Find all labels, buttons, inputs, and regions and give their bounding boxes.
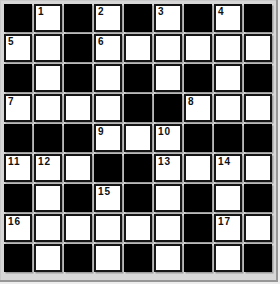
white-cell-r8c1[interactable]: 16 bbox=[4, 214, 32, 242]
clue-number-2: 2 bbox=[98, 6, 105, 17]
black-cell-r7c7 bbox=[184, 184, 212, 212]
white-cell-r4c1[interactable]: 7 bbox=[4, 94, 32, 122]
white-cell-r4c7[interactable]: 8 bbox=[184, 94, 212, 122]
clue-number-13: 13 bbox=[158, 156, 171, 167]
white-cell-r4c2[interactable] bbox=[34, 94, 62, 122]
black-cell-r9c9 bbox=[244, 244, 272, 272]
black-cell-r3c3 bbox=[64, 64, 92, 92]
black-cell-r4c5 bbox=[124, 94, 152, 122]
white-cell-r2c7[interactable] bbox=[184, 34, 212, 62]
white-cell-r2c6[interactable] bbox=[154, 34, 182, 62]
clue-number-5: 5 bbox=[8, 36, 15, 47]
black-cell-r5c3 bbox=[64, 124, 92, 152]
white-cell-r1c6[interactable]: 3 bbox=[154, 4, 182, 32]
white-cell-r6c7[interactable] bbox=[184, 154, 212, 182]
black-cell-r7c9 bbox=[244, 184, 272, 212]
white-cell-r1c8[interactable]: 4 bbox=[214, 4, 242, 32]
white-cell-r1c4[interactable]: 2 bbox=[94, 4, 122, 32]
clue-number-17: 17 bbox=[218, 216, 231, 227]
black-cell-r1c9 bbox=[244, 4, 272, 32]
black-cell-r1c3 bbox=[64, 4, 92, 32]
black-cell-r7c1 bbox=[4, 184, 32, 212]
white-cell-r8c4[interactable] bbox=[94, 214, 122, 242]
black-cell-r1c5 bbox=[124, 4, 152, 32]
white-cell-r6c3[interactable] bbox=[64, 154, 92, 182]
white-cell-r9c4[interactable] bbox=[94, 244, 122, 272]
white-cell-r6c8[interactable]: 14 bbox=[214, 154, 242, 182]
clue-number-3: 3 bbox=[158, 6, 165, 17]
white-cell-r2c2[interactable] bbox=[34, 34, 62, 62]
white-cell-r2c4[interactable]: 6 bbox=[94, 34, 122, 62]
white-cell-r3c2[interactable] bbox=[34, 64, 62, 92]
black-cell-r5c7 bbox=[184, 124, 212, 152]
clue-number-6: 6 bbox=[98, 36, 105, 47]
black-cell-r9c1 bbox=[4, 244, 32, 272]
white-cell-r5c5[interactable] bbox=[124, 124, 152, 152]
white-cell-r7c6[interactable] bbox=[154, 184, 182, 212]
white-cell-r1c2[interactable]: 1 bbox=[34, 4, 62, 32]
white-cell-r4c9[interactable] bbox=[244, 94, 272, 122]
clue-number-4: 4 bbox=[218, 6, 225, 17]
clue-number-11: 11 bbox=[8, 156, 21, 167]
white-cell-r8c3[interactable] bbox=[64, 214, 92, 242]
black-cell-r6c4 bbox=[94, 154, 122, 182]
clue-number-16: 16 bbox=[8, 216, 21, 227]
white-cell-r9c2[interactable] bbox=[34, 244, 62, 272]
white-cell-r3c4[interactable] bbox=[94, 64, 122, 92]
white-cell-r6c2[interactable]: 12 bbox=[34, 154, 62, 182]
white-cell-r2c1[interactable]: 5 bbox=[4, 34, 32, 62]
black-cell-r5c1 bbox=[4, 124, 32, 152]
white-cell-r8c8[interactable]: 17 bbox=[214, 214, 242, 242]
clue-number-14: 14 bbox=[218, 156, 231, 167]
black-cell-r5c9 bbox=[244, 124, 272, 152]
clue-number-7: 7 bbox=[8, 96, 15, 107]
black-cell-r8c7 bbox=[184, 214, 212, 242]
white-cell-r8c2[interactable] bbox=[34, 214, 62, 242]
clue-number-9: 9 bbox=[98, 126, 105, 137]
black-cell-r6c5 bbox=[124, 154, 152, 182]
white-cell-r3c6[interactable] bbox=[154, 64, 182, 92]
white-cell-r7c8[interactable] bbox=[214, 184, 242, 212]
black-cell-r3c9 bbox=[244, 64, 272, 92]
white-cell-r2c9[interactable] bbox=[244, 34, 272, 62]
white-cell-r2c8[interactable] bbox=[214, 34, 242, 62]
white-cell-r4c4[interactable] bbox=[94, 94, 122, 122]
crossword-panel: 1234567891011121314151617 bbox=[0, 0, 280, 284]
white-cell-r7c4[interactable]: 15 bbox=[94, 184, 122, 212]
clue-number-8: 8 bbox=[188, 96, 195, 107]
white-cell-r7c2[interactable] bbox=[34, 184, 62, 212]
black-cell-r3c1 bbox=[4, 64, 32, 92]
white-cell-r5c6[interactable]: 10 bbox=[154, 124, 182, 152]
black-cell-r9c3 bbox=[64, 244, 92, 272]
clue-number-10: 10 bbox=[158, 126, 171, 137]
black-cell-r1c1 bbox=[4, 4, 32, 32]
clue-number-1: 1 bbox=[38, 6, 45, 17]
black-cell-r1c7 bbox=[184, 4, 212, 32]
white-cell-r8c6[interactable] bbox=[154, 214, 182, 242]
white-cell-r2c5[interactable] bbox=[124, 34, 152, 62]
white-cell-r9c6[interactable] bbox=[154, 244, 182, 272]
white-cell-r4c3[interactable] bbox=[64, 94, 92, 122]
white-cell-r6c6[interactable]: 13 bbox=[154, 154, 182, 182]
white-cell-r8c5[interactable] bbox=[124, 214, 152, 242]
white-cell-r3c8[interactable] bbox=[214, 64, 242, 92]
crossword-grid: 1234567891011121314151617 bbox=[4, 4, 272, 272]
black-cell-r5c2 bbox=[34, 124, 62, 152]
white-cell-r5c4[interactable]: 9 bbox=[94, 124, 122, 152]
black-cell-r2c3 bbox=[64, 34, 92, 62]
black-cell-r7c5 bbox=[124, 184, 152, 212]
black-cell-r5c8 bbox=[214, 124, 242, 152]
black-cell-r3c5 bbox=[124, 64, 152, 92]
black-cell-r9c5 bbox=[124, 244, 152, 272]
black-cell-r4c6 bbox=[154, 94, 182, 122]
black-cell-r9c7 bbox=[184, 244, 212, 272]
black-cell-r3c7 bbox=[184, 64, 212, 92]
black-cell-r7c3 bbox=[64, 184, 92, 212]
white-cell-r6c1[interactable]: 11 bbox=[4, 154, 32, 182]
white-cell-r6c9[interactable] bbox=[244, 154, 272, 182]
white-cell-r8c9[interactable] bbox=[244, 214, 272, 242]
white-cell-r4c8[interactable] bbox=[214, 94, 242, 122]
clue-number-12: 12 bbox=[38, 156, 51, 167]
white-cell-r9c8[interactable] bbox=[214, 244, 242, 272]
clue-number-15: 15 bbox=[98, 186, 111, 197]
